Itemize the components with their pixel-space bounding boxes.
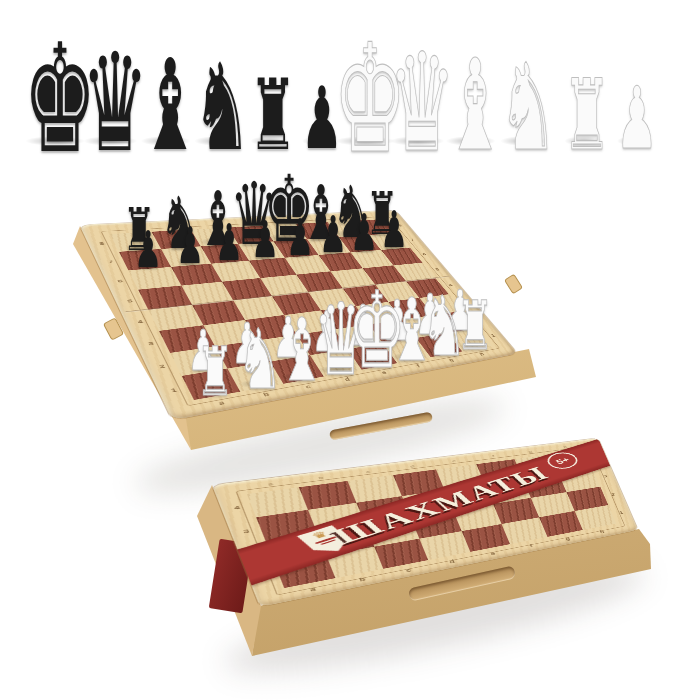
file-label-bottom-g: g bbox=[447, 357, 454, 362]
lineup-black-rook-shadow bbox=[250, 136, 289, 146]
box-rank-label-left-4: 4 bbox=[233, 505, 241, 511]
box-file-label-top-a: a bbox=[268, 482, 274, 486]
lineup-piece-black-rook-glyph: ♜ bbox=[249, 66, 297, 164]
lineup-piece-black-bishop-glyph: ♝ bbox=[139, 43, 201, 169]
file-label-bottom-a: a bbox=[217, 400, 225, 406]
lineup-piece-black-king-glyph: ♚ bbox=[23, 24, 97, 174]
box-file-label-top-c: c bbox=[365, 470, 370, 474]
rank-label-right-1: 1 bbox=[490, 333, 496, 338]
box-file-label-bottom-f: f bbox=[529, 543, 533, 548]
file-label-bottom-f: f bbox=[416, 364, 422, 369]
lineup-white-bishop-shadow bbox=[446, 136, 496, 146]
lineup-white-knight-shadow bbox=[500, 136, 548, 146]
box-rank-label-right-2: 2 bbox=[610, 492, 615, 497]
file-label-bottom-b: b bbox=[262, 391, 270, 397]
file-label-bottom-h: h bbox=[478, 352, 485, 357]
rank-label-left-6: 6 bbox=[117, 279, 124, 284]
rank-label-right-6: 6 bbox=[421, 252, 427, 256]
box-file-label-bottom-b: b bbox=[358, 576, 366, 582]
box-file-label-top-f: f bbox=[492, 454, 495, 457]
lineup-piece-white-pawn-glyph: ♟ bbox=[616, 75, 658, 161]
lineup-piece-black-queen: ♛ bbox=[54, 35, 176, 171]
lineup-piece-white-knight-glyph: ♞ bbox=[498, 48, 557, 168]
box-file-label-bottom-d: d bbox=[448, 559, 455, 565]
rank-label-right-5: 5 bbox=[434, 268, 440, 272]
box-file-label-top-e: e bbox=[451, 459, 456, 463]
lineup-piece-black-queen-glyph: ♛ bbox=[81, 35, 148, 171]
lineup-piece-white-king: ♚ bbox=[303, 24, 437, 174]
lineup-piece-white-pawn: ♟ bbox=[598, 75, 675, 161]
rank-label-left-4: 4 bbox=[136, 319, 143, 324]
rank-label-right-4: 4 bbox=[447, 283, 453, 287]
box-file-label-bottom-c: c bbox=[405, 567, 412, 573]
age-badge: 5+ bbox=[542, 450, 582, 472]
product-photo-stage: 88a77b66c55d44e33f22g11h ♜♞♝♛♚♝♞♜♟♟♟♟♟♟♟… bbox=[0, 0, 700, 700]
lineup-piece-black-knight-glyph: ♞ bbox=[192, 48, 251, 168]
lineup-black-king-shadow bbox=[25, 136, 85, 146]
rank-label-right-8: 8 bbox=[397, 224, 403, 227]
box-rank-label-right-1: 1 bbox=[618, 510, 623, 515]
file-label-bottom-c: c bbox=[304, 384, 312, 390]
lineup-piece-white-bishop: ♝ bbox=[419, 43, 532, 169]
lineup-piece-black-rook: ♜ bbox=[229, 66, 317, 164]
box-file-label-bottom-e: e bbox=[490, 551, 496, 557]
box-rank-label-left-3: 3 bbox=[242, 528, 250, 534]
lineup-piece-white-knight: ♞ bbox=[474, 48, 582, 168]
lineup-black-bishop-shadow bbox=[141, 136, 191, 146]
lineup-piece-white-rook-glyph: ♜ bbox=[563, 66, 611, 164]
lineup-black-pawn-shadow bbox=[302, 136, 336, 146]
lineup-piece-white-queen: ♛ bbox=[361, 35, 483, 171]
box-file-label-bottom-g: g bbox=[565, 536, 571, 541]
box-file-label-bottom-h: h bbox=[599, 529, 605, 534]
rank-label-left-2: 2 bbox=[158, 363, 166, 369]
rank-label-left-5: 5 bbox=[126, 298, 133, 303]
lineup-piece-white-rook: ♜ bbox=[543, 66, 631, 164]
lineup-piece-black-knight: ♞ bbox=[168, 48, 276, 168]
box-file-label-top-g: g bbox=[528, 450, 533, 453]
lineup-piece-black-pawn-glyph: ♟ bbox=[301, 75, 343, 161]
file-label-bottom-d: d bbox=[343, 376, 351, 382]
lineup-black-knight-shadow bbox=[194, 136, 242, 146]
file-label-bottom-e: e bbox=[380, 370, 387, 375]
rank-label-left-1: 1 bbox=[170, 387, 178, 393]
box-file-label-bottom-a: a bbox=[309, 586, 317, 592]
rank-label-left-3: 3 bbox=[147, 341, 155, 347]
box-file-label-top-d: d bbox=[410, 464, 416, 468]
lineup-white-queen-shadow bbox=[390, 136, 444, 146]
box-rank-label-right-3: 3 bbox=[603, 474, 608, 479]
lineup-white-king-shadow bbox=[335, 136, 395, 146]
rank-label-right-3: 3 bbox=[461, 299, 467, 303]
lineup-piece-black-pawn: ♟ bbox=[283, 75, 360, 161]
box-file-label-top-b: b bbox=[318, 475, 324, 479]
lineup-white-rook-shadow bbox=[564, 136, 603, 146]
lineup-piece-white-queen-glyph: ♛ bbox=[388, 35, 455, 171]
lineup-piece-black-king: ♚ bbox=[0, 24, 127, 174]
rank-label-right-7: 7 bbox=[409, 238, 415, 241]
rank-label-right-2: 2 bbox=[475, 316, 481, 320]
lineup-piece-white-bishop-glyph: ♝ bbox=[444, 43, 506, 169]
rank-label-left-7: 7 bbox=[107, 260, 114, 265]
lineup-piece-black-bishop: ♝ bbox=[114, 43, 227, 169]
lineup-black-queen-shadow bbox=[83, 136, 137, 146]
fold-latch-right bbox=[504, 274, 523, 295]
lineup-piece-white-king-glyph: ♚ bbox=[333, 24, 407, 174]
rank-label-left-8: 8 bbox=[98, 241, 105, 245]
box-square-h1 bbox=[575, 505, 617, 530]
lineup-white-pawn-shadow bbox=[617, 136, 651, 146]
